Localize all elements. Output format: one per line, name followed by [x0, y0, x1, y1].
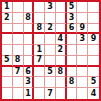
cell-r2c7[interactable]: 3	[67, 13, 78, 24]
cell-r6c3[interactable]	[24, 56, 35, 67]
cell-r9c4[interactable]	[34, 88, 45, 99]
cell-r1c8[interactable]	[77, 2, 88, 13]
cell-r2c1[interactable]: 2	[2, 13, 13, 24]
cell-r8c3[interactable]: 3	[24, 77, 35, 88]
cell-r9c8[interactable]	[77, 88, 88, 99]
cell-r5c5[interactable]	[45, 45, 56, 56]
cell-r9c5[interactable]: 7	[45, 88, 56, 99]
cell-r9c6[interactable]	[56, 88, 67, 99]
cell-r4c8[interactable]: 3	[77, 34, 88, 45]
cell-r2c3[interactable]: 8	[24, 13, 35, 24]
cell-r8c7[interactable]: 8	[67, 77, 78, 88]
cell-r4c5[interactable]	[45, 34, 56, 45]
cell-r1c9[interactable]	[88, 2, 99, 13]
cell-r1c2[interactable]	[13, 2, 24, 13]
cell-r5c1[interactable]	[2, 45, 13, 56]
cell-r8c2[interactable]	[13, 77, 24, 88]
cell-r6c6[interactable]	[56, 56, 67, 67]
cell-r7c4[interactable]	[34, 67, 45, 78]
cell-r7c1[interactable]	[2, 67, 13, 78]
cell-r9c2[interactable]	[13, 88, 24, 99]
cell-r1c3[interactable]	[24, 2, 35, 13]
cell-r5c4[interactable]: 1	[34, 45, 45, 56]
cell-r4c2[interactable]	[13, 34, 24, 45]
cell-r5c8[interactable]	[77, 45, 88, 56]
cell-r6c4[interactable]: 7	[34, 56, 45, 67]
cell-r6c9[interactable]	[88, 56, 99, 67]
cell-r8c4[interactable]	[34, 77, 45, 88]
cell-r8c8[interactable]	[77, 77, 88, 88]
cell-r3c4[interactable]: 8	[34, 24, 45, 35]
cell-r4c3[interactable]	[24, 34, 35, 45]
cell-r6c2[interactable]: 8	[13, 56, 24, 67]
cell-r7c9[interactable]	[88, 67, 99, 78]
cell-r6c7[interactable]	[67, 56, 78, 67]
cell-r3c8[interactable]: 9	[77, 24, 88, 35]
cell-r7c3[interactable]: 6	[24, 67, 35, 78]
cell-r3c6[interactable]	[56, 24, 67, 35]
cell-r3c3[interactable]	[24, 24, 35, 35]
cell-r2c5[interactable]	[45, 13, 56, 24]
cell-r4c7[interactable]	[67, 34, 78, 45]
cell-r4c6[interactable]: 4	[56, 34, 67, 45]
cell-r1c4[interactable]	[34, 2, 45, 13]
sudoku-board: 1352838269439125877658385174	[0, 0, 101, 101]
cell-r8c9[interactable]: 5	[88, 77, 99, 88]
cell-r7c6[interactable]: 8	[56, 67, 67, 78]
cell-r8c1[interactable]	[2, 77, 13, 88]
cell-r9c3[interactable]: 1	[24, 88, 35, 99]
cell-r8c5[interactable]	[45, 77, 56, 88]
cell-r8c6[interactable]	[56, 77, 67, 88]
cell-r6c1[interactable]: 5	[2, 56, 13, 67]
cell-r7c5[interactable]: 5	[45, 67, 56, 78]
cell-r3c2[interactable]	[13, 24, 24, 35]
cell-r9c1[interactable]	[2, 88, 13, 99]
cell-r6c8[interactable]	[77, 56, 88, 67]
cell-r2c9[interactable]	[88, 13, 99, 24]
cell-r1c5[interactable]: 3	[45, 2, 56, 13]
cell-r7c2[interactable]: 7	[13, 67, 24, 78]
cell-r4c4[interactable]	[34, 34, 45, 45]
cell-r5c3[interactable]	[24, 45, 35, 56]
cell-r1c7[interactable]: 5	[67, 2, 78, 13]
cell-r9c7[interactable]	[67, 88, 78, 99]
cell-r7c7[interactable]	[67, 67, 78, 78]
cell-r4c9[interactable]: 9	[88, 34, 99, 45]
cell-r5c2[interactable]	[13, 45, 24, 56]
cell-r3c9[interactable]	[88, 24, 99, 35]
cell-r1c1[interactable]: 1	[2, 2, 13, 13]
cell-r2c8[interactable]	[77, 13, 88, 24]
cell-r3c5[interactable]: 2	[45, 24, 56, 35]
cell-r2c2[interactable]	[13, 13, 24, 24]
cell-r7c8[interactable]	[77, 67, 88, 78]
cell-r5c6[interactable]: 2	[56, 45, 67, 56]
cell-r6c5[interactable]	[45, 56, 56, 67]
cell-r9c9[interactable]: 4	[88, 88, 99, 99]
cell-r3c1[interactable]	[2, 24, 13, 35]
cell-r4c1[interactable]	[2, 34, 13, 45]
cell-r5c9[interactable]	[88, 45, 99, 56]
cell-r5c7[interactable]	[67, 45, 78, 56]
cell-r1c6[interactable]	[56, 2, 67, 13]
cell-r2c4[interactable]	[34, 13, 45, 24]
cell-r2c6[interactable]	[56, 13, 67, 24]
cell-r3c7[interactable]: 6	[67, 24, 78, 35]
